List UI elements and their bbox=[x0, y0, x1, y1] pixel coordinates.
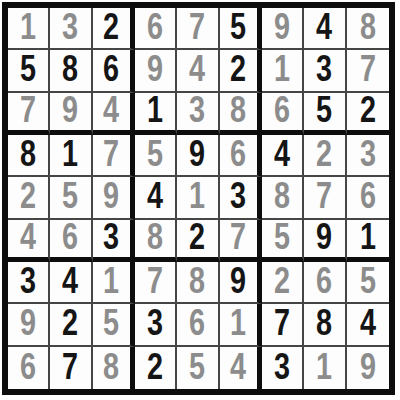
cell-r8c5[interactable]: 6 bbox=[177, 304, 219, 346]
digit: 9 bbox=[316, 220, 332, 258]
digit: 5 bbox=[147, 136, 163, 174]
cell-r6c9[interactable]: 1 bbox=[347, 220, 389, 262]
digit: 8 bbox=[274, 178, 290, 216]
digit: 8 bbox=[20, 136, 36, 174]
cell-r6c4[interactable]: 8 bbox=[135, 220, 177, 262]
digit: 3 bbox=[20, 263, 36, 301]
digit: 3 bbox=[360, 136, 376, 174]
digit: 7 bbox=[316, 178, 332, 216]
cell-r1c8[interactable]: 4 bbox=[304, 8, 346, 50]
cell-r9c2[interactable]: 7 bbox=[50, 347, 92, 389]
cell-r6c3[interactable]: 3 bbox=[93, 220, 135, 262]
digit: 2 bbox=[360, 93, 376, 131]
cell-r8c6[interactable]: 1 bbox=[220, 304, 262, 346]
cell-r1c3[interactable]: 2 bbox=[93, 8, 135, 50]
cell-r1c1[interactable]: 1 bbox=[8, 8, 50, 50]
cell-r8c7[interactable]: 7 bbox=[262, 304, 304, 346]
cell-r3c3[interactable]: 4 bbox=[93, 93, 135, 135]
cell-r4c2[interactable]: 1 bbox=[50, 135, 92, 177]
cell-r3c2[interactable]: 9 bbox=[50, 93, 92, 135]
cell-r2c7[interactable]: 1 bbox=[262, 50, 304, 92]
cell-r5c6[interactable]: 3 bbox=[220, 177, 262, 219]
cell-r7c9[interactable]: 5 bbox=[347, 262, 389, 304]
cell-r5c1[interactable]: 2 bbox=[8, 177, 50, 219]
digit: 4 bbox=[274, 136, 290, 174]
digit: 1 bbox=[230, 305, 246, 343]
cell-r4c3[interactable]: 7 bbox=[93, 135, 135, 177]
digit: 4 bbox=[316, 9, 332, 47]
cell-r8c3[interactable]: 5 bbox=[93, 304, 135, 346]
cell-r2c4[interactable]: 9 bbox=[135, 50, 177, 92]
digit: 2 bbox=[103, 9, 119, 47]
digit: 9 bbox=[20, 305, 36, 343]
digit: 3 bbox=[230, 178, 246, 216]
cell-r5c7[interactable]: 8 bbox=[262, 177, 304, 219]
digit: 8 bbox=[189, 263, 205, 301]
digit: 6 bbox=[103, 51, 119, 89]
digit: 3 bbox=[62, 9, 78, 47]
cell-r8c8[interactable]: 8 bbox=[304, 304, 346, 346]
cell-r5c4[interactable]: 4 bbox=[135, 177, 177, 219]
cell-r4c4[interactable]: 5 bbox=[135, 135, 177, 177]
cell-r4c5[interactable]: 9 bbox=[177, 135, 219, 177]
cell-r3c1[interactable]: 7 bbox=[8, 93, 50, 135]
cell-r3c7[interactable]: 6 bbox=[262, 93, 304, 135]
digit: 3 bbox=[103, 220, 119, 258]
digit: 3 bbox=[316, 51, 332, 89]
cell-r5c5[interactable]: 1 bbox=[177, 177, 219, 219]
digit: 4 bbox=[62, 263, 78, 301]
cell-r2c1[interactable]: 5 bbox=[8, 50, 50, 92]
digit: 2 bbox=[274, 263, 290, 301]
digit: 5 bbox=[20, 51, 36, 89]
digit: 4 bbox=[20, 220, 36, 258]
digit: 8 bbox=[230, 93, 246, 131]
cell-r1c4[interactable]: 6 bbox=[135, 8, 177, 50]
digit: 7 bbox=[103, 136, 119, 174]
cell-r9c3[interactable]: 8 bbox=[93, 347, 135, 389]
cell-r9c7[interactable]: 3 bbox=[262, 347, 304, 389]
cell-r8c9[interactable]: 4 bbox=[347, 304, 389, 346]
cell-r3c5[interactable]: 3 bbox=[177, 93, 219, 135]
digit: 4 bbox=[360, 305, 376, 343]
digit: 9 bbox=[103, 178, 119, 216]
digit: 1 bbox=[360, 220, 376, 258]
cell-r4c7[interactable]: 4 bbox=[262, 135, 304, 177]
cell-r2c5[interactable]: 4 bbox=[177, 50, 219, 92]
digit: 1 bbox=[189, 178, 205, 216]
digit: 2 bbox=[230, 51, 246, 89]
cell-r2c2[interactable]: 8 bbox=[50, 50, 92, 92]
digit: 1 bbox=[316, 349, 332, 387]
digit: 4 bbox=[103, 93, 119, 131]
digit: 6 bbox=[230, 136, 246, 174]
digit: 7 bbox=[189, 9, 205, 47]
digit: 1 bbox=[20, 9, 36, 47]
digit: 7 bbox=[62, 349, 78, 387]
cell-r6c6[interactable]: 7 bbox=[220, 220, 262, 262]
cell-r7c4[interactable]: 7 bbox=[135, 262, 177, 304]
cell-r7c3[interactable]: 1 bbox=[93, 262, 135, 304]
digit: 4 bbox=[230, 349, 246, 387]
digit: 2 bbox=[20, 178, 36, 216]
digit: 8 bbox=[147, 220, 163, 258]
cell-r3c8[interactable]: 5 bbox=[304, 93, 346, 135]
digit: 9 bbox=[230, 263, 246, 301]
cell-r8c2[interactable]: 2 bbox=[50, 304, 92, 346]
digit: 8 bbox=[103, 349, 119, 387]
digit: 8 bbox=[360, 9, 376, 47]
cell-r4c9[interactable]: 3 bbox=[347, 135, 389, 177]
digit: 6 bbox=[316, 263, 332, 301]
digit: 5 bbox=[316, 93, 332, 131]
sudoku-page: 1326759485869421377941386528175964232594… bbox=[0, 0, 400, 400]
digit: 3 bbox=[274, 349, 290, 387]
digit: 2 bbox=[189, 220, 205, 258]
cell-r3c6[interactable]: 8 bbox=[220, 93, 262, 135]
digit: 2 bbox=[62, 305, 78, 343]
digit: 9 bbox=[147, 51, 163, 89]
digit: 1 bbox=[103, 263, 119, 301]
cell-r7c8[interactable]: 6 bbox=[304, 262, 346, 304]
digit: 5 bbox=[62, 178, 78, 216]
digit: 3 bbox=[189, 93, 205, 131]
digit: 6 bbox=[189, 305, 205, 343]
cell-r9c1[interactable]: 6 bbox=[8, 347, 50, 389]
digit: 1 bbox=[62, 136, 78, 174]
digit: 2 bbox=[316, 136, 332, 174]
cell-r9c8[interactable]: 1 bbox=[304, 347, 346, 389]
cell-r2c8[interactable]: 3 bbox=[304, 50, 346, 92]
digit: 6 bbox=[360, 178, 376, 216]
digit: 6 bbox=[20, 349, 36, 387]
cell-r4c1[interactable]: 8 bbox=[8, 135, 50, 177]
cell-r1c5[interactable]: 7 bbox=[177, 8, 219, 50]
digit: 5 bbox=[189, 349, 205, 387]
digit: 8 bbox=[62, 51, 78, 89]
cell-r9c4[interactable]: 2 bbox=[135, 347, 177, 389]
digit: 7 bbox=[274, 305, 290, 343]
digit: 9 bbox=[189, 136, 205, 174]
cell-r5c3[interactable]: 9 bbox=[93, 177, 135, 219]
cell-r9c9[interactable]: 9 bbox=[347, 347, 389, 389]
cell-r7c1[interactable]: 3 bbox=[8, 262, 50, 304]
cell-r3c9[interactable]: 2 bbox=[347, 93, 389, 135]
digit: 8 bbox=[316, 305, 332, 343]
cell-r3c4[interactable]: 1 bbox=[135, 93, 177, 135]
digit: 9 bbox=[62, 93, 78, 131]
cell-r6c7[interactable]: 5 bbox=[262, 220, 304, 262]
cell-r7c6[interactable]: 9 bbox=[220, 262, 262, 304]
cell-r6c2[interactable]: 6 bbox=[50, 220, 92, 262]
digit: 7 bbox=[230, 220, 246, 258]
digit: 6 bbox=[274, 93, 290, 131]
cell-r9c5[interactable]: 5 bbox=[177, 347, 219, 389]
digit: 3 bbox=[147, 305, 163, 343]
cell-r5c8[interactable]: 7 bbox=[304, 177, 346, 219]
digit: 4 bbox=[189, 51, 205, 89]
cell-r8c1[interactable]: 9 bbox=[8, 304, 50, 346]
digit: 7 bbox=[147, 263, 163, 301]
cell-r7c2[interactable]: 4 bbox=[50, 262, 92, 304]
cell-r6c5[interactable]: 2 bbox=[177, 220, 219, 262]
cell-r1c7[interactable]: 9 bbox=[262, 8, 304, 50]
digit: 5 bbox=[360, 263, 376, 301]
digit: 9 bbox=[274, 9, 290, 47]
cell-r4c6[interactable]: 6 bbox=[220, 135, 262, 177]
cell-r5c9[interactable]: 6 bbox=[347, 177, 389, 219]
digit: 9 bbox=[360, 349, 376, 387]
digit: 6 bbox=[147, 9, 163, 47]
cell-r2c3[interactable]: 6 bbox=[93, 50, 135, 92]
digit: 7 bbox=[360, 51, 376, 89]
cell-r4c8[interactable]: 2 bbox=[304, 135, 346, 177]
cell-r6c1[interactable]: 4 bbox=[8, 220, 50, 262]
digit: 5 bbox=[230, 9, 246, 47]
cell-r8c4[interactable]: 3 bbox=[135, 304, 177, 346]
cell-r1c2[interactable]: 3 bbox=[50, 8, 92, 50]
cell-r6c8[interactable]: 9 bbox=[304, 220, 346, 262]
digit: 7 bbox=[20, 93, 36, 131]
sudoku-board: 1326759485869421377941386528175964232594… bbox=[2, 2, 395, 395]
cell-r5c2[interactable]: 5 bbox=[50, 177, 92, 219]
cell-r7c7[interactable]: 2 bbox=[262, 262, 304, 304]
digit: 5 bbox=[103, 305, 119, 343]
cell-r7c5[interactable]: 8 bbox=[177, 262, 219, 304]
digit: 5 bbox=[274, 220, 290, 258]
cell-r2c9[interactable]: 7 bbox=[347, 50, 389, 92]
cell-r9c6[interactable]: 4 bbox=[220, 347, 262, 389]
digit: 2 bbox=[147, 349, 163, 387]
cell-r1c6[interactable]: 5 bbox=[220, 8, 262, 50]
digit: 1 bbox=[147, 93, 163, 131]
digit: 4 bbox=[147, 178, 163, 216]
digit: 6 bbox=[62, 220, 78, 258]
cell-r2c6[interactable]: 2 bbox=[220, 50, 262, 92]
cell-r1c9[interactable]: 8 bbox=[347, 8, 389, 50]
digit: 1 bbox=[274, 51, 290, 89]
